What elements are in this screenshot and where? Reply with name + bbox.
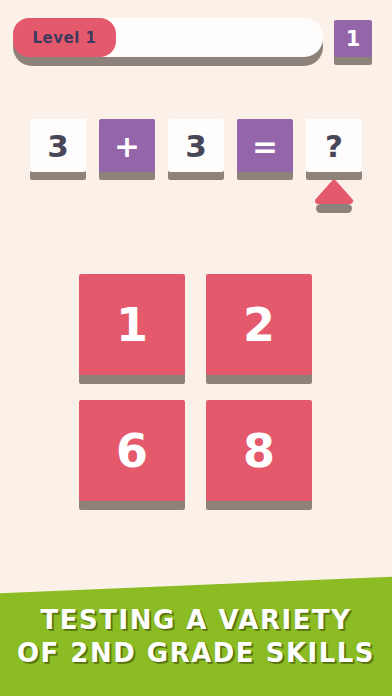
answer-tile-2[interactable]: 2	[206, 274, 312, 375]
equation-operand-1: 3	[30, 119, 86, 172]
answer-grid: 1 2 6 8	[79, 274, 312, 501]
skills-banner: TESTING A VARIETY OF 2ND GRADE SKILLS	[0, 575, 392, 696]
equation-operator: +	[99, 119, 155, 172]
banner-line-2: OF 2ND GRADE SKILLS	[17, 637, 375, 670]
score-value: 1	[346, 27, 361, 51]
score-box: 1	[334, 20, 372, 57]
pointer-shadow-bar	[316, 204, 352, 213]
level-badge: Level 1	[13, 18, 116, 57]
answer-tile-8[interactable]: 8	[206, 400, 312, 501]
equation-row: 3 + 3 = ?	[0, 119, 392, 172]
game-screen: Level 1 1 3 + 3 = ? 1 2 6 8 TESTING A VA…	[0, 0, 392, 696]
equation-unknown: ?	[306, 119, 362, 172]
answer-tile-1[interactable]: 1	[79, 274, 185, 375]
level-label: Level 1	[33, 29, 97, 47]
equation-operand-2: 3	[168, 119, 224, 172]
equation-equals: =	[237, 119, 293, 172]
banner-line-1: TESTING A VARIETY	[41, 604, 352, 637]
answer-tile-6[interactable]: 6	[79, 400, 185, 501]
answer-pointer-triangle-icon	[314, 179, 354, 205]
level-progress-bar: Level 1	[13, 18, 323, 57]
